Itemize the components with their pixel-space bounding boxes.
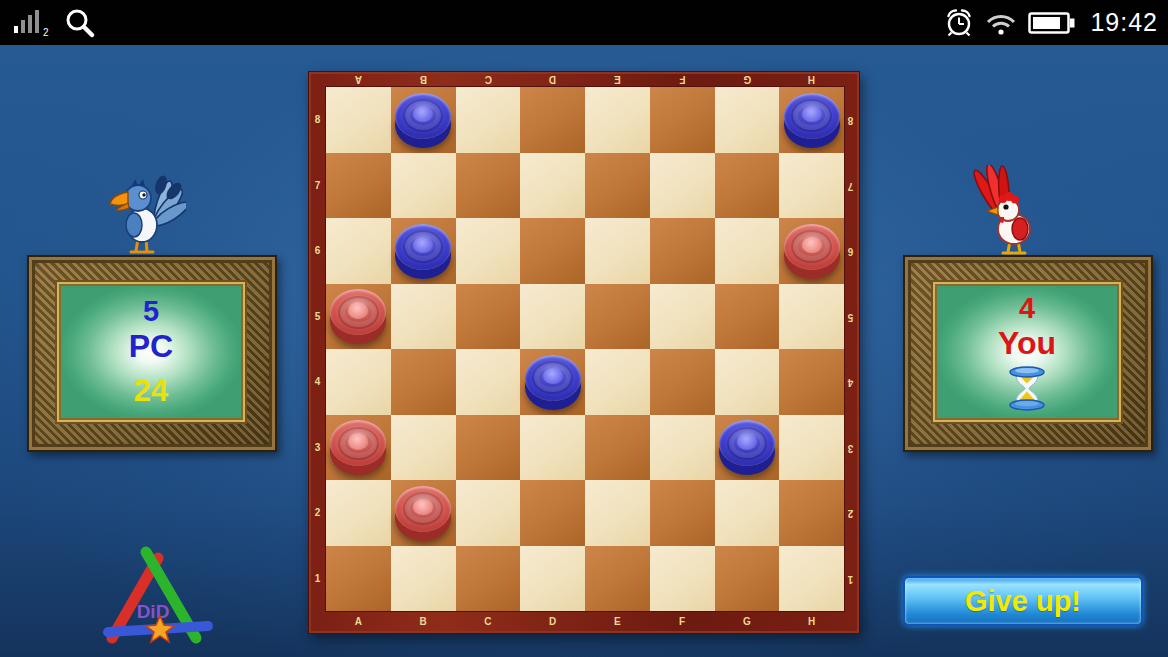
rank-label-left-2: 2 — [309, 480, 326, 546]
square-b2[interactable] — [391, 480, 456, 546]
status-bar: 2 — [0, 0, 1168, 45]
square-b3[interactable] — [391, 415, 456, 481]
piece-red-h6[interactable] — [784, 224, 840, 270]
square-d5[interactable] — [520, 284, 585, 350]
square-d1[interactable] — [520, 546, 585, 612]
piece-red-a5[interactable] — [330, 289, 386, 335]
square-d4[interactable] — [520, 349, 585, 415]
rank-label-right-7: 7 — [842, 153, 859, 219]
square-b1[interactable] — [391, 546, 456, 612]
pc-piece-count: 5 — [143, 296, 159, 328]
checkers-board: ABCDEFGH ABCDEFGH 87654321 87654321 — [308, 71, 860, 634]
file-label-top-g: G — [715, 72, 780, 87]
square-f1[interactable] — [650, 546, 715, 612]
piece-blue-g3[interactable] — [719, 420, 775, 466]
square-g2[interactable] — [715, 480, 780, 546]
rank-label-right-8: 8 — [842, 87, 859, 153]
rank-label-left-4: 4 — [309, 349, 326, 415]
square-c7[interactable] — [456, 153, 521, 219]
pc-score-screen: 5 PC 24 — [57, 282, 245, 422]
file-label-bottom-e: E — [585, 609, 650, 633]
square-e8[interactable] — [585, 87, 650, 153]
hourglass-icon — [1008, 366, 1046, 411]
rank-label-left-5: 5 — [309, 284, 326, 350]
square-b7[interactable] — [391, 153, 456, 219]
wifi-icon — [984, 10, 1018, 36]
square-b8[interactable] — [391, 87, 456, 153]
file-label-bottom-b: B — [391, 609, 456, 633]
square-g5[interactable] — [715, 284, 780, 350]
square-e5[interactable] — [585, 284, 650, 350]
file-label-bottom-g: G — [715, 609, 780, 633]
pc-extra-number: 24 — [134, 374, 168, 408]
table-background: ABCDEFGH ABCDEFGH 87654321 87654321 — [0, 45, 1168, 657]
rank-labels-right: 87654321 — [842, 87, 859, 611]
rank-label-right-5: 5 — [842, 284, 859, 350]
square-a3[interactable] — [326, 415, 391, 481]
square-c1[interactable] — [456, 546, 521, 612]
piece-blue-b6[interactable] — [395, 224, 451, 270]
file-label-bottom-c: C — [456, 609, 521, 633]
square-b5[interactable] — [391, 284, 456, 350]
square-h3[interactable] — [779, 415, 844, 481]
square-e2[interactable] — [585, 480, 650, 546]
square-a2[interactable] — [326, 480, 391, 546]
square-a6[interactable] — [326, 218, 391, 284]
square-e6[interactable] — [585, 218, 650, 284]
status-bar-left: 2 — [10, 7, 96, 39]
pc-label: PC — [129, 328, 173, 365]
red-rooster-mascot — [964, 165, 1048, 257]
rank-label-left-7: 7 — [309, 153, 326, 219]
signal-strength-icon: 2 — [10, 9, 54, 37]
square-g4[interactable] — [715, 349, 780, 415]
file-label-bottom-f: F — [650, 609, 715, 633]
square-c5[interactable] — [456, 284, 521, 350]
square-f5[interactable] — [650, 284, 715, 350]
rank-labels-left: 87654321 — [309, 87, 326, 611]
square-e7[interactable] — [585, 153, 650, 219]
square-d6[interactable] — [520, 218, 585, 284]
battery-icon — [1028, 10, 1076, 36]
square-a8[interactable] — [326, 87, 391, 153]
app-screen: 2 — [0, 0, 1168, 657]
square-g3[interactable] — [715, 415, 780, 481]
did-logo-text: DiD — [137, 601, 170, 622]
piece-blue-h8[interactable] — [784, 93, 840, 139]
square-h4[interactable] — [779, 349, 844, 415]
square-b4[interactable] — [391, 349, 456, 415]
square-a7[interactable] — [326, 153, 391, 219]
rank-label-left-1: 1 — [309, 546, 326, 612]
square-c6[interactable] — [456, 218, 521, 284]
piece-red-a3[interactable] — [330, 420, 386, 466]
you-label: You — [998, 325, 1056, 362]
file-label-top-e: E — [585, 72, 650, 87]
square-g8[interactable] — [715, 87, 780, 153]
rank-label-right-6: 6 — [842, 218, 859, 284]
square-c2[interactable] — [456, 480, 521, 546]
square-f3[interactable] — [650, 415, 715, 481]
file-label-top-d: D — [520, 72, 585, 87]
square-c3[interactable] — [456, 415, 521, 481]
did-logo: DiD — [92, 542, 228, 657]
square-f8[interactable] — [650, 87, 715, 153]
piece-blue-b8[interactable] — [395, 93, 451, 139]
rank-label-right-1: 1 — [842, 546, 859, 612]
you-score-screen: 4 You — [933, 282, 1121, 422]
rank-label-right-4: 4 — [842, 349, 859, 415]
rank-label-left-6: 6 — [309, 218, 326, 284]
square-h8[interactable] — [779, 87, 844, 153]
square-g1[interactable] — [715, 546, 780, 612]
you-piece-count: 4 — [1019, 293, 1035, 325]
square-h1[interactable] — [779, 546, 844, 612]
status-bar-right: 19:42 — [944, 8, 1158, 38]
rank-label-left-3: 3 — [309, 415, 326, 481]
alarm-clock-icon — [944, 8, 974, 38]
board-grid — [326, 87, 844, 611]
rank-label-right-2: 2 — [842, 480, 859, 546]
piece-blue-d4[interactable] — [525, 355, 581, 401]
pc-score-panel: 5 PC 24 — [27, 255, 277, 452]
blue-bird-mascot — [106, 173, 186, 257]
file-label-bottom-d: D — [520, 609, 585, 633]
square-a5[interactable] — [326, 284, 391, 350]
piece-red-b2[interactable] — [395, 486, 451, 532]
file-label-bottom-h: H — [779, 609, 844, 633]
square-h6[interactable] — [779, 218, 844, 284]
square-h5[interactable] — [779, 284, 844, 350]
square-b6[interactable] — [391, 218, 456, 284]
file-label-top-f: F — [650, 72, 715, 87]
square-d3[interactable] — [520, 415, 585, 481]
square-e1[interactable] — [585, 546, 650, 612]
square-e4[interactable] — [585, 349, 650, 415]
file-label-bottom-a: A — [326, 609, 391, 633]
square-g6[interactable] — [715, 218, 780, 284]
file-label-top-b: B — [391, 72, 456, 87]
square-a1[interactable] — [326, 546, 391, 612]
square-c8[interactable] — [456, 87, 521, 153]
square-f2[interactable] — [650, 480, 715, 546]
square-h2[interactable] — [779, 480, 844, 546]
rank-label-right-3: 3 — [842, 415, 859, 481]
file-labels-top: ABCDEFGH — [326, 72, 844, 87]
square-f6[interactable] — [650, 218, 715, 284]
file-label-top-c: C — [456, 72, 521, 87]
file-labels-bottom: ABCDEFGH — [326, 609, 844, 633]
square-f7[interactable] — [650, 153, 715, 219]
square-e3[interactable] — [585, 415, 650, 481]
status-time: 19:42 — [1090, 8, 1158, 37]
sim2-label: 2 — [43, 27, 49, 37]
square-d2[interactable] — [520, 480, 585, 546]
square-a4[interactable] — [326, 349, 391, 415]
search-icon[interactable] — [64, 7, 96, 39]
square-g7[interactable] — [715, 153, 780, 219]
square-d7[interactable] — [520, 153, 585, 219]
square-c4[interactable] — [456, 349, 521, 415]
file-label-top-h: H — [779, 72, 844, 87]
square-d8[interactable] — [520, 87, 585, 153]
give-up-button[interactable]: Give up! — [903, 576, 1143, 626]
file-label-top-a: A — [326, 72, 391, 87]
rank-label-left-8: 8 — [309, 87, 326, 153]
square-h7[interactable] — [779, 153, 844, 219]
you-score-panel: 4 You — [903, 255, 1153, 452]
square-f4[interactable] — [650, 349, 715, 415]
